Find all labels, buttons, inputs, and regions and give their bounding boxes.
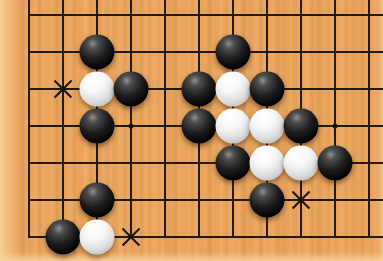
black-stone-G3[interactable] bbox=[216, 146, 251, 181]
grid-line-row-7 bbox=[28, 14, 383, 16]
grid-line-col-E bbox=[164, 0, 166, 238]
board-edge-highlight-left bbox=[0, 0, 20, 261]
go-board-screenshot bbox=[0, 0, 383, 261]
x-mark-D1 bbox=[120, 226, 142, 248]
grid-line-col-D bbox=[130, 0, 132, 238]
black-stone-C4[interactable] bbox=[80, 109, 115, 144]
white-stone-H3[interactable] bbox=[250, 146, 285, 181]
x-mark-B5 bbox=[52, 78, 74, 100]
black-stone-G6[interactable] bbox=[216, 35, 251, 70]
go-board[interactable] bbox=[0, 0, 383, 261]
black-stone-H5[interactable] bbox=[250, 72, 285, 107]
white-stone-H4[interactable] bbox=[250, 109, 285, 144]
white-stone-J3[interactable] bbox=[284, 146, 319, 181]
grid-line-col-L bbox=[368, 0, 370, 238]
x-mark-J2 bbox=[290, 189, 312, 211]
black-stone-B1[interactable] bbox=[46, 220, 81, 255]
star-point-D4 bbox=[129, 124, 134, 129]
black-stone-K3[interactable] bbox=[318, 146, 353, 181]
grid-line-col-K bbox=[334, 0, 336, 238]
grid-line-col-A bbox=[28, 0, 30, 238]
black-stone-C2[interactable] bbox=[80, 183, 115, 218]
white-stone-C5[interactable] bbox=[80, 72, 115, 107]
black-stone-D5[interactable] bbox=[114, 72, 149, 107]
black-stone-J4[interactable] bbox=[284, 109, 319, 144]
black-stone-H2[interactable] bbox=[250, 183, 285, 218]
white-stone-C1[interactable] bbox=[80, 220, 115, 255]
star-point-K4 bbox=[333, 124, 338, 129]
black-stone-F5[interactable] bbox=[182, 72, 217, 107]
black-stone-C6[interactable] bbox=[80, 35, 115, 70]
grid-line-col-B bbox=[62, 0, 64, 238]
board-edge-highlight-right bbox=[377, 0, 383, 261]
white-stone-G5[interactable] bbox=[216, 72, 251, 107]
white-stone-G4[interactable] bbox=[216, 109, 251, 144]
black-stone-F4[interactable] bbox=[182, 109, 217, 144]
